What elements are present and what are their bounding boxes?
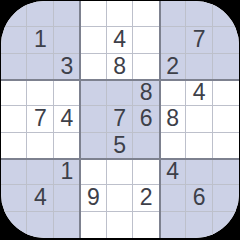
cell-r6c5[interactable]: 5: [107, 133, 133, 159]
cell-r9c8[interactable]: [186, 212, 212, 238]
cell-r1c6[interactable]: [133, 1, 159, 27]
cell-r6c4[interactable]: [80, 133, 106, 159]
cell-r4c4[interactable]: [80, 80, 106, 106]
cell-r4c7[interactable]: [160, 80, 186, 106]
cell-r7c4[interactable]: [80, 159, 106, 185]
cell-r8c7[interactable]: [160, 185, 186, 211]
cell-r6c8[interactable]: [186, 133, 212, 159]
cell-r7c5[interactable]: [107, 159, 133, 185]
cell-r4c9[interactable]: [213, 80, 239, 106]
cell-r4c8[interactable]: 4: [186, 80, 212, 106]
cell-r7c8[interactable]: [186, 159, 212, 185]
cell-r2c7[interactable]: [160, 27, 186, 53]
cell-r9c4[interactable]: [80, 212, 106, 238]
cell-r4c2[interactable]: [27, 80, 53, 106]
cell-r8c9[interactable]: [213, 185, 239, 211]
cell-r5c9[interactable]: [213, 106, 239, 132]
cell-r3c3[interactable]: 3: [54, 54, 80, 80]
cell-r8c8[interactable]: 6: [186, 185, 212, 211]
cell-r7c9[interactable]: [213, 159, 239, 185]
cell-r1c2[interactable]: [27, 1, 53, 27]
cell-r1c3[interactable]: [54, 1, 80, 27]
cell-r1c5[interactable]: [107, 1, 133, 27]
cell-r5c5[interactable]: 7: [107, 106, 133, 132]
cell-r4c1[interactable]: [1, 80, 27, 106]
cell-r5c6[interactable]: 6: [133, 106, 159, 132]
cell-r3c5[interactable]: 8: [107, 54, 133, 80]
cell-r4c6[interactable]: 8: [133, 80, 159, 106]
cell-r3c7[interactable]: 2: [160, 54, 186, 80]
cell-r1c8[interactable]: [186, 1, 212, 27]
cell-r7c2[interactable]: [27, 159, 53, 185]
cell-r6c7[interactable]: [160, 133, 186, 159]
cell-r6c1[interactable]: [1, 133, 27, 159]
cell-r7c3[interactable]: 1: [54, 159, 80, 185]
cell-r2c1[interactable]: [1, 27, 27, 53]
cell-r3c9[interactable]: [213, 54, 239, 80]
cell-r5c1[interactable]: [1, 106, 27, 132]
cell-r3c8[interactable]: [186, 54, 212, 80]
cell-r6c2[interactable]: [27, 133, 53, 159]
cell-r3c1[interactable]: [1, 54, 27, 80]
sudoku-app-screen: 14738284747685144926: [0, 0, 240, 240]
cell-r9c1[interactable]: [1, 212, 27, 238]
cell-r6c3[interactable]: [54, 133, 80, 159]
cell-r1c4[interactable]: [80, 1, 106, 27]
cell-r9c6[interactable]: [133, 212, 159, 238]
cell-r2c9[interactable]: [213, 27, 239, 53]
cell-r2c2[interactable]: 1: [27, 27, 53, 53]
cell-r4c3[interactable]: [54, 80, 80, 106]
cell-r9c2[interactable]: [27, 212, 53, 238]
sudoku-grid: 14738284747685144926: [1, 1, 239, 238]
cell-r1c1[interactable]: [1, 1, 27, 27]
cell-r7c1[interactable]: [1, 159, 27, 185]
cell-r3c4[interactable]: [80, 54, 106, 80]
cell-r2c4[interactable]: [80, 27, 106, 53]
cell-r6c6[interactable]: [133, 133, 159, 159]
cell-r7c7[interactable]: 4: [160, 159, 186, 185]
cell-r3c6[interactable]: [133, 54, 159, 80]
cell-r5c7[interactable]: 8: [160, 106, 186, 132]
cell-r5c2[interactable]: 7: [27, 106, 53, 132]
cell-r9c3[interactable]: [54, 212, 80, 238]
cell-r1c7[interactable]: [160, 1, 186, 27]
cell-r2c8[interactable]: 7: [186, 27, 212, 53]
cell-r6c9[interactable]: [213, 133, 239, 159]
cell-r1c9[interactable]: [213, 1, 239, 27]
cell-r8c6[interactable]: 2: [133, 185, 159, 211]
sudoku-board: 14738284747685144926: [1, 1, 239, 238]
cell-r8c1[interactable]: [1, 185, 27, 211]
cell-r8c5[interactable]: [107, 185, 133, 211]
cell-r8c4[interactable]: 9: [80, 185, 106, 211]
cell-r2c6[interactable]: [133, 27, 159, 53]
cell-r8c2[interactable]: 4: [27, 185, 53, 211]
cell-r9c9[interactable]: [213, 212, 239, 238]
cell-r4c5[interactable]: [107, 80, 133, 106]
cell-r2c3[interactable]: [54, 27, 80, 53]
cell-r5c4[interactable]: [80, 106, 106, 132]
cell-r5c8[interactable]: [186, 106, 212, 132]
cell-r3c2[interactable]: [27, 54, 53, 80]
cell-r9c7[interactable]: [160, 212, 186, 238]
cell-r7c6[interactable]: [133, 159, 159, 185]
cell-r8c3[interactable]: [54, 185, 80, 211]
cell-r5c3[interactable]: 4: [54, 106, 80, 132]
cell-r9c5[interactable]: [107, 212, 133, 238]
cell-r2c5[interactable]: 4: [107, 27, 133, 53]
